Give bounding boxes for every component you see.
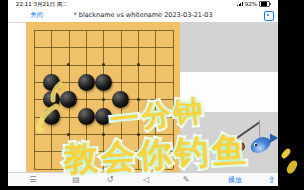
nav-bar: 关闭 * blackname vs whitename 2023-03-21-0… [8, 8, 278, 23]
star-point [137, 63, 140, 66]
letterbox-left [0, 0, 8, 190]
black-stone [43, 91, 60, 108]
black-stone [43, 74, 60, 91]
black-stone [78, 74, 95, 91]
board-settings-icon[interactable] [264, 11, 274, 21]
black-stone [95, 74, 112, 91]
play-button[interactable]: 播放 [228, 173, 242, 187]
star-point [102, 98, 105, 101]
status-time-date: 22:11 3月21日 周二 [16, 1, 68, 8]
star-point [67, 133, 70, 136]
status-right-cluster: 92% [237, 1, 270, 8]
video-frame: 22:11 3月21日 周二 92% 关闭 * blackname vs whi… [0, 0, 304, 190]
battery-percent: 92% [245, 1, 257, 7]
black-stone [43, 108, 60, 125]
battery-icon [259, 1, 270, 8]
signal-icon [237, 2, 243, 6]
letterbox-bottom [0, 186, 304, 190]
caption-line2: 教会你钓鱼 [63, 127, 250, 183]
menu-icon[interactable]: ☰ [29, 173, 36, 187]
star-point [102, 63, 105, 66]
game-title: * blackname vs whitename 2023-03-21-03 [8, 11, 278, 19]
black-stone [60, 91, 77, 108]
share-icon[interactable]: ⇧ [268, 173, 276, 187]
fish-eye-icon [254, 143, 257, 146]
black-stone [78, 108, 95, 125]
star-point [67, 63, 70, 66]
status-bar: 22:11 3月21日 周二 92% [8, 0, 278, 8]
